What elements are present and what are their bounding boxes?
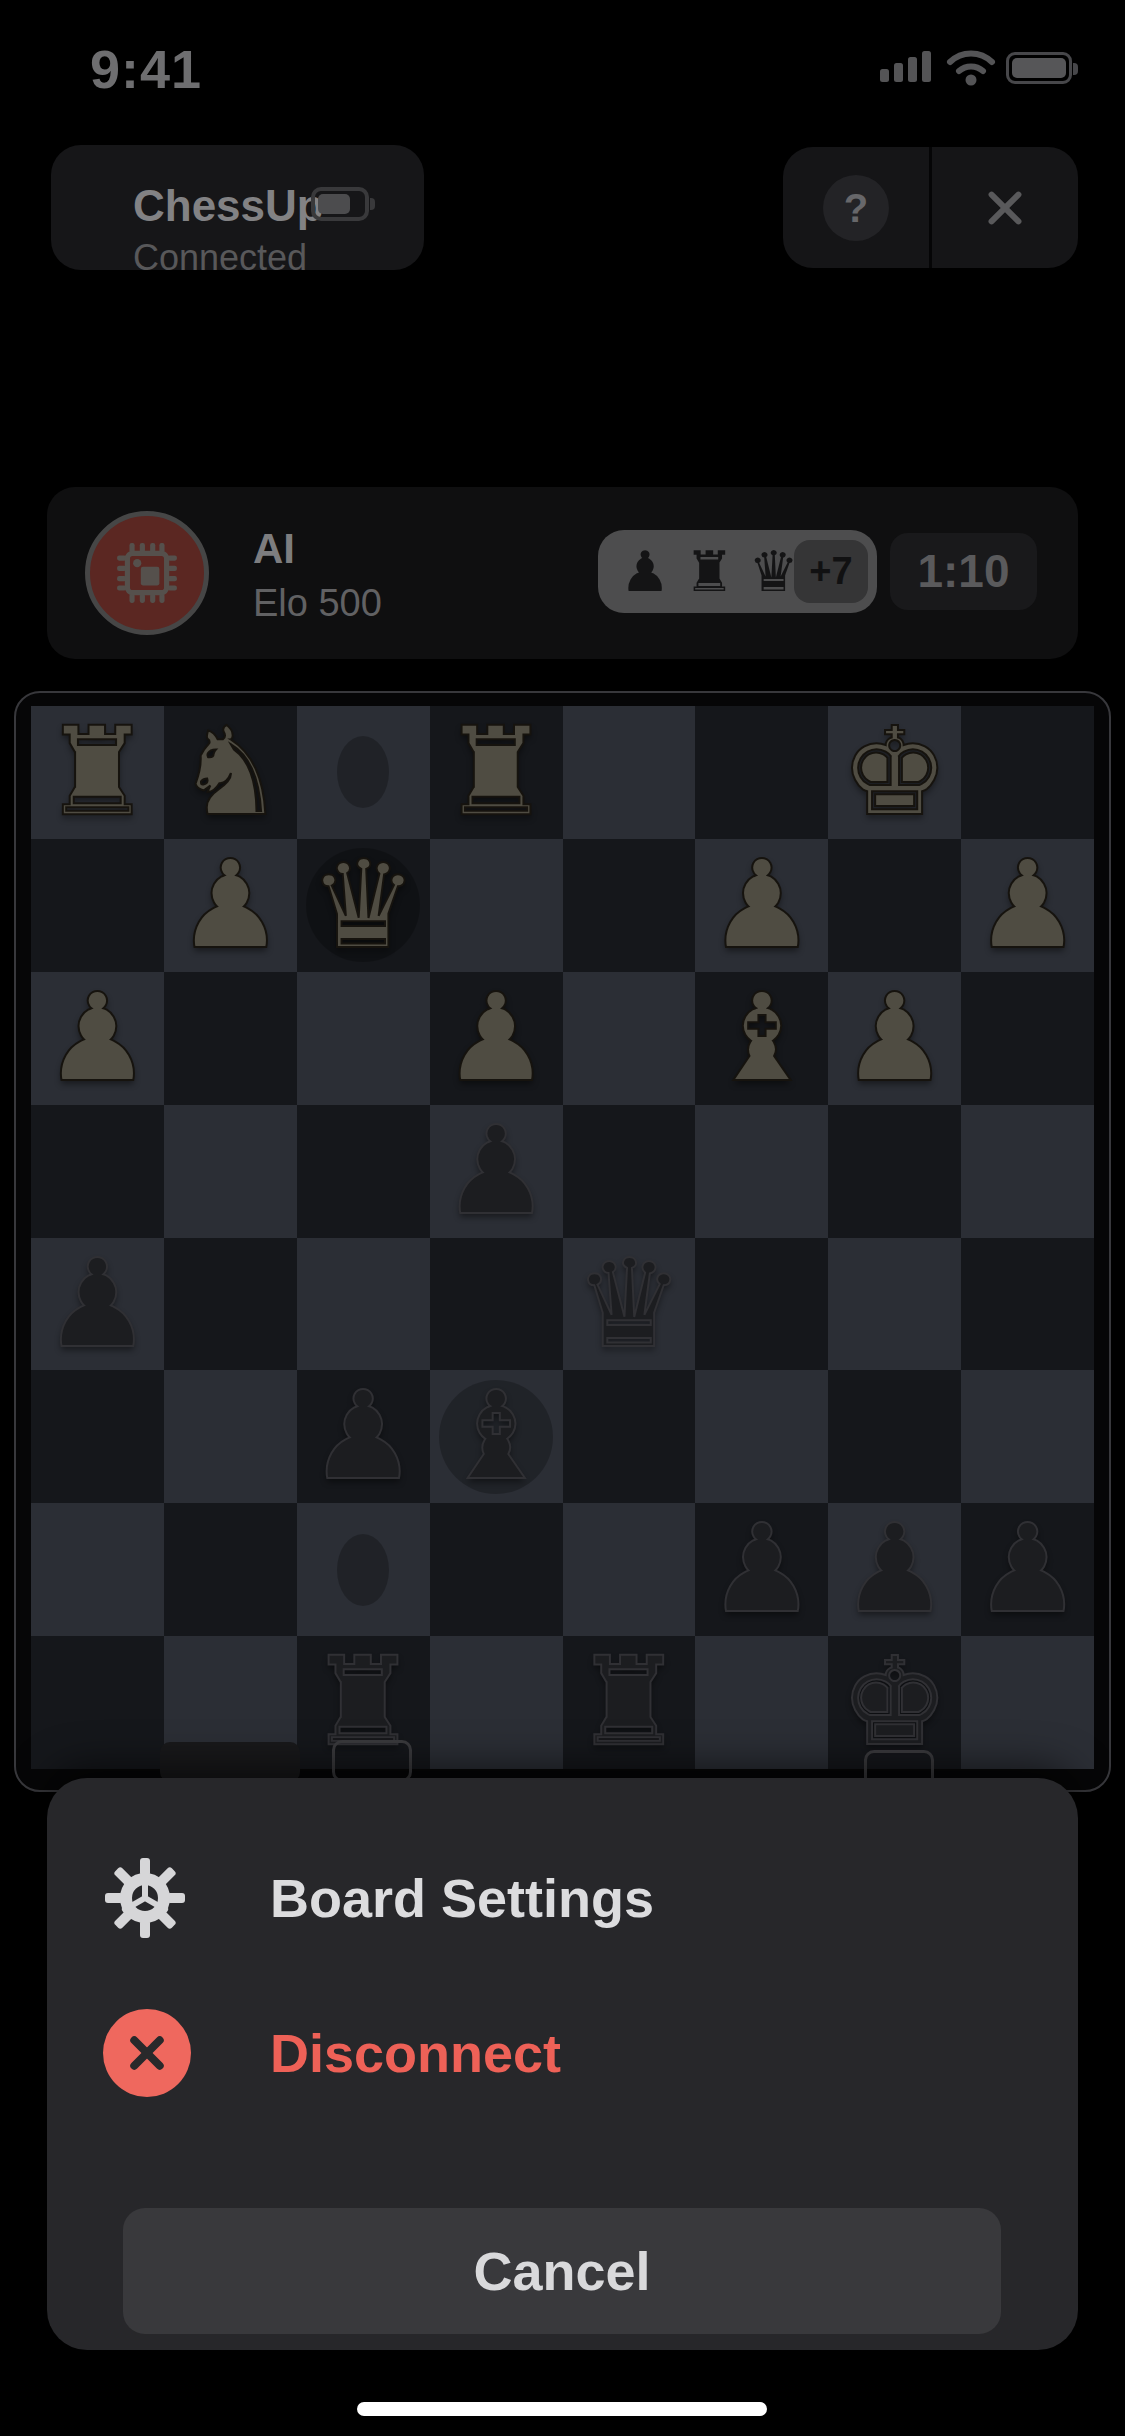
board-card: ♜♞♜♚♟♛♟♟♟♟♝♟♟♟♛♟♝♟♟♟♜♜♚	[14, 691, 1111, 1792]
square-g5[interactable]	[164, 1238, 297, 1371]
square-b6[interactable]	[828, 1370, 961, 1503]
piece-bP[interactable]: ♟	[828, 1503, 961, 1636]
piece-wR[interactable]: ♜	[31, 706, 164, 839]
square-d8[interactable]: ♜	[563, 1636, 696, 1769]
disconnect-icon	[103, 2009, 191, 2097]
piece-bB[interactable]: ♝	[430, 1370, 563, 1503]
square-d5[interactable]: ♛	[563, 1238, 696, 1371]
square-d4[interactable]	[563, 1105, 696, 1238]
square-c8[interactable]	[695, 1636, 828, 1769]
opponent-rating: Elo 500	[253, 582, 382, 625]
square-c6[interactable]	[695, 1370, 828, 1503]
square-g2[interactable]: ♟	[164, 839, 297, 972]
square-e2[interactable]	[430, 839, 563, 972]
captured-piece-icon: ♜	[684, 530, 734, 613]
action-sheet: Board Settings Disconnect Cancel	[47, 1778, 1078, 2350]
square-g1[interactable]: ♞	[164, 706, 297, 839]
square-a6[interactable]	[961, 1370, 1094, 1503]
close-button[interactable]	[932, 147, 1078, 268]
square-b4[interactable]	[828, 1105, 961, 1238]
square-d1[interactable]	[563, 706, 696, 839]
device-status: Connected	[133, 237, 307, 279]
piece-wQ[interactable]: ♛	[297, 839, 430, 972]
square-h2[interactable]	[31, 839, 164, 972]
square-c1[interactable]	[695, 706, 828, 839]
opponent-clock: 1:10	[890, 533, 1037, 610]
opponent-name: AI	[253, 525, 295, 573]
square-g4[interactable]	[164, 1105, 297, 1238]
square-g6[interactable]	[164, 1370, 297, 1503]
board-settings-item[interactable]: Board Settings	[47, 1838, 1078, 1958]
square-c5[interactable]	[695, 1238, 828, 1371]
piece-wP[interactable]: ♟	[961, 839, 1094, 972]
square-e8[interactable]	[430, 1636, 563, 1769]
square-f7[interactable]	[297, 1503, 430, 1636]
square-h1[interactable]: ♜	[31, 706, 164, 839]
square-e1[interactable]: ♜	[430, 706, 563, 839]
square-c7[interactable]: ♟	[695, 1503, 828, 1636]
square-c3[interactable]: ♝	[695, 972, 828, 1105]
square-d6[interactable]	[563, 1370, 696, 1503]
battery-icon	[1006, 52, 1072, 84]
square-f1[interactable]	[297, 706, 430, 839]
help-icon: ?	[823, 175, 889, 241]
square-h6[interactable]	[31, 1370, 164, 1503]
square-f4[interactable]	[297, 1105, 430, 1238]
square-a5[interactable]	[961, 1238, 1094, 1371]
square-a3[interactable]	[961, 972, 1094, 1105]
square-b7[interactable]: ♟	[828, 1503, 961, 1636]
square-d7[interactable]	[563, 1503, 696, 1636]
square-c2[interactable]: ♟	[695, 839, 828, 972]
piece-wN[interactable]: ♞	[164, 706, 297, 839]
move-dot	[337, 1534, 389, 1606]
square-d2[interactable]	[563, 839, 696, 972]
square-h7[interactable]	[31, 1503, 164, 1636]
square-e4[interactable]: ♟	[430, 1105, 563, 1238]
square-b3[interactable]: ♟	[828, 972, 961, 1105]
piece-wP[interactable]: ♟	[430, 972, 563, 1105]
square-a2[interactable]: ♟	[961, 839, 1094, 972]
captured-pieces-tray: ♟♜♛ +7	[598, 530, 877, 613]
opponent-card: AI Elo 500 ♟♜♛ +7 1:10	[47, 487, 1078, 659]
square-d3[interactable]	[563, 972, 696, 1105]
piece-bP[interactable]: ♟	[430, 1105, 563, 1238]
piece-wP[interactable]: ♟	[164, 839, 297, 972]
square-f5[interactable]	[297, 1238, 430, 1371]
piece-wB[interactable]: ♝	[695, 972, 828, 1105]
piece-bP[interactable]: ♟	[961, 1503, 1094, 1636]
square-g7[interactable]	[164, 1503, 297, 1636]
piece-bR[interactable]: ♜	[563, 1636, 696, 1769]
disconnect-label: Disconnect	[270, 2022, 561, 2084]
piece-wR[interactable]: ♜	[430, 706, 563, 839]
square-e6[interactable]: ♝	[430, 1370, 563, 1503]
square-f3[interactable]	[297, 972, 430, 1105]
square-c4[interactable]	[695, 1105, 828, 1238]
wifi-icon	[946, 48, 996, 90]
gear-icon	[103, 1856, 187, 1940]
background-button-outline	[332, 1740, 412, 1782]
square-a4[interactable]	[961, 1105, 1094, 1238]
ai-avatar	[85, 511, 209, 635]
square-f2[interactable]: ♛	[297, 839, 430, 972]
piece-bP[interactable]: ♟	[695, 1503, 828, 1636]
close-icon	[981, 184, 1029, 232]
square-h8[interactable]	[31, 1636, 164, 1769]
square-b2[interactable]	[828, 839, 961, 972]
square-a8[interactable]	[961, 1636, 1094, 1769]
background-player-bar	[160, 1742, 300, 1782]
captured-piece-icon: ♛	[748, 530, 798, 613]
piece-wK[interactable]: ♚	[828, 706, 961, 839]
square-b1[interactable]: ♚	[828, 706, 961, 839]
square-e3[interactable]: ♟	[430, 972, 563, 1105]
square-f6[interactable]: ♟	[297, 1370, 430, 1503]
device-name: ChessUp	[133, 181, 324, 231]
square-e7[interactable]	[430, 1503, 563, 1636]
square-a7[interactable]: ♟	[961, 1503, 1094, 1636]
square-h3[interactable]: ♟	[31, 972, 164, 1105]
home-indicator[interactable]	[357, 2402, 767, 2416]
chess-board: ♜♞♜♚♟♛♟♟♟♟♝♟♟♟♛♟♝♟♟♟♜♜♚	[31, 706, 1094, 1769]
square-g3[interactable]	[164, 972, 297, 1105]
captured-piece-icon: ♟	[620, 530, 670, 613]
status-time: 9:41	[90, 38, 202, 100]
piece-bP[interactable]: ♟	[31, 1238, 164, 1371]
piece-bP[interactable]: ♟	[297, 1370, 430, 1503]
square-b5[interactable]	[828, 1238, 961, 1371]
piece-wP[interactable]: ♟	[31, 972, 164, 1105]
device-battery-icon	[311, 187, 369, 221]
piece-wP[interactable]: ♟	[695, 839, 828, 972]
cellular-signal-icon	[880, 50, 936, 84]
square-h4[interactable]	[31, 1105, 164, 1238]
help-button[interactable]: ?	[783, 147, 929, 268]
device-card-chessup[interactable]: ChessUp Connected	[51, 145, 424, 270]
square-e5[interactable]	[430, 1238, 563, 1371]
board-settings-label: Board Settings	[270, 1867, 654, 1929]
material-advantage-badge: +7	[794, 540, 868, 603]
square-a1[interactable]	[961, 706, 1094, 839]
cancel-button[interactable]: Cancel	[123, 2208, 1001, 2334]
square-h5[interactable]: ♟	[31, 1238, 164, 1371]
disconnect-item[interactable]: Disconnect	[47, 1993, 1078, 2113]
move-dot	[337, 736, 389, 808]
piece-wP[interactable]: ♟	[828, 972, 961, 1105]
screen: 9:41 ChessUp Connected ?	[0, 0, 1125, 2436]
header-buttons: ?	[783, 147, 1078, 268]
cpu-chip-icon	[114, 540, 180, 606]
piece-bQ[interactable]: ♛	[563, 1238, 696, 1371]
